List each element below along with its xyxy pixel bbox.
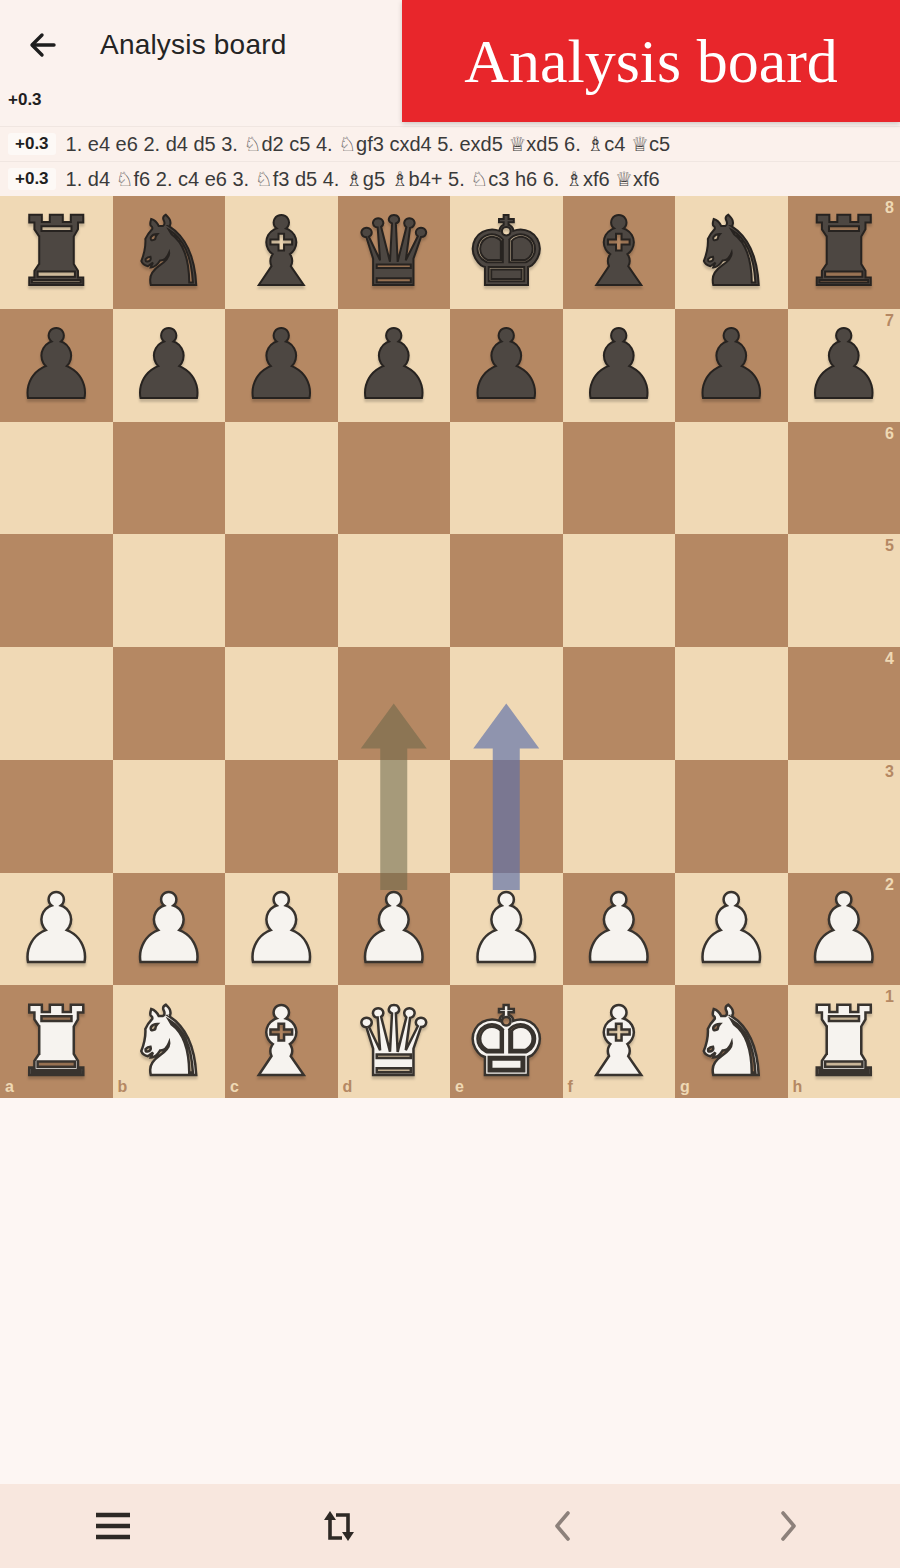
square-a2[interactable]: ♟ — [0, 873, 113, 986]
piece-white-knight[interactable]: ♞ — [126, 994, 212, 1090]
flip-board-icon — [315, 1503, 361, 1549]
square-h1[interactable]: ♜1h — [788, 985, 900, 1098]
piece-white-pawn[interactable]: ♟ — [688, 881, 774, 977]
square-a1[interactable]: ♜a — [0, 985, 113, 1098]
square-c6[interactable] — [225, 422, 338, 535]
flip-board-button[interactable] — [225, 1484, 450, 1568]
rank-label-5: 5 — [885, 537, 894, 555]
square-h8[interactable]: ♜8 — [788, 196, 900, 309]
piece-white-pawn[interactable]: ♟ — [126, 881, 212, 977]
square-g3[interactable] — [675, 760, 788, 873]
square-c7[interactable]: ♟ — [225, 309, 338, 422]
square-d1[interactable]: ♛d — [338, 985, 451, 1098]
file-label-d: d — [343, 1078, 353, 1096]
piece-black-bishop[interactable]: ♝ — [238, 204, 324, 300]
engine-lines: +0.3 1. e4 e6 2. d4 d5 3. ♘d2 c5 4. ♘gf3… — [0, 126, 900, 196]
rank-label-8: 8 — [885, 199, 894, 217]
next-move-button[interactable] — [675, 1484, 900, 1568]
piece-white-queen[interactable]: ♛ — [351, 994, 437, 1090]
square-d2[interactable]: ♟ — [338, 873, 451, 986]
square-b3[interactable] — [113, 760, 226, 873]
piece-white-pawn[interactable]: ♟ — [576, 881, 662, 977]
square-c8[interactable]: ♝ — [225, 196, 338, 309]
square-h5[interactable]: 5 — [788, 534, 900, 647]
piece-white-bishop[interactable]: ♝ — [576, 994, 662, 1090]
square-g1[interactable]: ♞g — [675, 985, 788, 1098]
rank-label-7: 7 — [885, 312, 894, 330]
back-arrow-icon — [26, 28, 60, 62]
square-a3[interactable] — [0, 760, 113, 873]
line-eval-badge: +0.3 — [8, 133, 56, 155]
piece-white-knight[interactable]: ♞ — [688, 994, 774, 1090]
piece-black-bishop[interactable]: ♝ — [576, 204, 662, 300]
square-a6[interactable] — [0, 422, 113, 535]
square-c5[interactable] — [225, 534, 338, 647]
annotation-banner: Analysis board — [402, 0, 900, 122]
piece-white-bishop[interactable]: ♝ — [238, 994, 324, 1090]
piece-black-pawn[interactable]: ♟ — [576, 317, 662, 413]
square-b1[interactable]: ♞b — [113, 985, 226, 1098]
piece-black-knight[interactable]: ♞ — [688, 204, 774, 300]
engine-line-1[interactable]: +0.3 1. e4 e6 2. d4 d5 3. ♘d2 c5 4. ♘gf3… — [0, 126, 900, 161]
file-label-h: h — [793, 1078, 803, 1096]
file-label-f: f — [568, 1078, 573, 1096]
chess-board[interactable]: ♜♞♝♛♚♝♞♜8♟♟♟♟♟♟♟♟76543♟♟♟♟♟♟♟♟2♜a♞b♝c♛d♚… — [0, 196, 900, 1098]
square-e7[interactable]: ♟ — [450, 309, 563, 422]
piece-white-pawn[interactable]: ♟ — [801, 881, 887, 977]
file-label-c: c — [230, 1078, 239, 1096]
square-e8[interactable]: ♚ — [450, 196, 563, 309]
rank-label-6: 6 — [885, 425, 894, 443]
square-d3[interactable] — [338, 760, 451, 873]
square-d5[interactable] — [338, 534, 451, 647]
file-label-a: a — [5, 1078, 14, 1096]
square-a8[interactable]: ♜ — [0, 196, 113, 309]
piece-black-rook[interactable]: ♜ — [801, 204, 887, 300]
evaluation-value: +0.3 — [8, 90, 42, 110]
content-spacer — [0, 1098, 900, 1484]
piece-white-king[interactable]: ♚ — [463, 994, 549, 1090]
rank-label-2: 2 — [885, 876, 894, 894]
piece-black-pawn[interactable]: ♟ — [463, 317, 549, 413]
square-e6[interactable] — [450, 422, 563, 535]
chevron-left-icon — [550, 1507, 576, 1545]
piece-black-pawn[interactable]: ♟ — [13, 317, 99, 413]
chevron-right-icon — [775, 1507, 801, 1545]
square-g2[interactable]: ♟ — [675, 873, 788, 986]
square-g5[interactable] — [675, 534, 788, 647]
piece-black-knight[interactable]: ♞ — [126, 204, 212, 300]
square-e2[interactable]: ♟ — [450, 873, 563, 986]
square-f2[interactable]: ♟ — [563, 873, 676, 986]
square-f8[interactable]: ♝ — [563, 196, 676, 309]
line-moves: 1. d4 ♘f6 2. c4 e6 3. ♘f3 d5 4. ♗g5 ♗b4+… — [66, 167, 660, 191]
rank-label-4: 4 — [885, 650, 894, 668]
square-f3[interactable] — [563, 760, 676, 873]
square-h6[interactable]: 6 — [788, 422, 900, 535]
piece-black-pawn[interactable]: ♟ — [688, 317, 774, 413]
square-f1[interactable]: ♝f — [563, 985, 676, 1098]
square-h3[interactable]: 3 — [788, 760, 900, 873]
rank-label-1: 1 — [885, 988, 894, 1006]
square-e5[interactable] — [450, 534, 563, 647]
piece-black-queen[interactable]: ♛ — [351, 204, 437, 300]
piece-white-pawn[interactable]: ♟ — [13, 881, 99, 977]
file-label-g: g — [680, 1078, 690, 1096]
piece-white-pawn[interactable]: ♟ — [238, 881, 324, 977]
line-eval-badge: +0.3 — [8, 168, 56, 190]
square-g8[interactable]: ♞ — [675, 196, 788, 309]
square-g7[interactable]: ♟ — [675, 309, 788, 422]
screen: Analysis board Analysis board +0.3 +0.3 … — [0, 0, 900, 1568]
square-f6[interactable] — [563, 422, 676, 535]
square-f5[interactable] — [563, 534, 676, 647]
square-a5[interactable] — [0, 534, 113, 647]
menu-button[interactable] — [0, 1484, 225, 1568]
square-e4[interactable] — [450, 647, 563, 760]
square-e3[interactable] — [450, 760, 563, 873]
previous-move-button[interactable] — [450, 1484, 675, 1568]
square-d8[interactable]: ♛ — [338, 196, 451, 309]
bottom-toolbar — [0, 1484, 900, 1568]
square-b6[interactable] — [113, 422, 226, 535]
square-b5[interactable] — [113, 534, 226, 647]
annotation-banner-text: Analysis board — [464, 30, 838, 92]
square-d4[interactable] — [338, 647, 451, 760]
menu-icon — [95, 1511, 131, 1541]
line-moves: 1. e4 e6 2. d4 d5 3. ♘d2 c5 4. ♘gf3 cxd4… — [66, 132, 670, 156]
piece-white-pawn[interactable]: ♟ — [351, 881, 437, 977]
square-h7[interactable]: ♟7 — [788, 309, 900, 422]
piece-white-rook[interactable]: ♜ — [801, 994, 887, 1090]
square-b8[interactable]: ♞ — [113, 196, 226, 309]
page-title: Analysis board — [100, 29, 286, 61]
square-f4[interactable] — [563, 647, 676, 760]
file-label-b: b — [118, 1078, 128, 1096]
square-b7[interactable]: ♟ — [113, 309, 226, 422]
square-h4[interactable]: 4 — [788, 647, 900, 760]
piece-black-rook[interactable]: ♜ — [13, 204, 99, 300]
square-f7[interactable]: ♟ — [563, 309, 676, 422]
piece-black-pawn[interactable]: ♟ — [801, 317, 887, 413]
piece-black-pawn[interactable]: ♟ — [238, 317, 324, 413]
square-a4[interactable] — [0, 647, 113, 760]
square-c2[interactable]: ♟ — [225, 873, 338, 986]
engine-line-2[interactable]: +0.3 1. d4 ♘f6 2. c4 e6 3. ♘f3 d5 4. ♗g5… — [0, 161, 900, 196]
piece-black-king[interactable]: ♚ — [463, 204, 549, 300]
square-b2[interactable]: ♟ — [113, 873, 226, 986]
piece-white-pawn[interactable]: ♟ — [463, 881, 549, 977]
piece-white-rook[interactable]: ♜ — [13, 994, 99, 1090]
square-a7[interactable]: ♟ — [0, 309, 113, 422]
square-d6[interactable] — [338, 422, 451, 535]
file-label-e: e — [455, 1078, 464, 1096]
square-c4[interactable] — [225, 647, 338, 760]
back-button[interactable] — [20, 22, 66, 68]
rank-label-3: 3 — [885, 763, 894, 781]
square-c1[interactable]: ♝c — [225, 985, 338, 1098]
piece-black-pawn[interactable]: ♟ — [351, 317, 437, 413]
square-e1[interactable]: ♚e — [450, 985, 563, 1098]
square-g4[interactable] — [675, 647, 788, 760]
square-c3[interactable] — [225, 760, 338, 873]
square-h2[interactable]: ♟2 — [788, 873, 900, 986]
square-g6[interactable] — [675, 422, 788, 535]
square-d7[interactable]: ♟ — [338, 309, 451, 422]
square-b4[interactable] — [113, 647, 226, 760]
piece-black-pawn[interactable]: ♟ — [126, 317, 212, 413]
